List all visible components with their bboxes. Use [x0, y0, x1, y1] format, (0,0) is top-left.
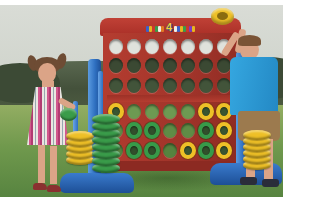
empty-hole — [181, 58, 195, 73]
board-cell-r3c4 — [161, 76, 179, 95]
empty-hole — [127, 39, 141, 54]
empty-hole — [127, 58, 141, 73]
board-cell-r6c3 — [143, 141, 161, 160]
empty-hole — [181, 123, 195, 138]
board-cell-r3c3 — [143, 76, 161, 95]
board-cell-r2c5 — [179, 56, 197, 75]
empty-hole — [145, 39, 159, 54]
empty-hole — [181, 104, 195, 119]
yellow-tray-disc — [243, 130, 271, 140]
empty-hole — [163, 58, 177, 73]
photo: 4 — [0, 5, 283, 197]
green-tray-disc — [92, 114, 120, 124]
empty-hole — [199, 39, 213, 54]
green-disc — [126, 142, 142, 159]
empty-hole — [127, 104, 141, 119]
board-cell-r2c4 — [161, 56, 179, 75]
board-cell-r3c1 — [107, 76, 125, 95]
board-cell-r6c7 — [215, 141, 233, 160]
girl-leg-left — [38, 145, 45, 183]
board-cell-r3c2 — [125, 76, 143, 95]
green-disc — [198, 122, 214, 139]
left-frame-foot — [60, 173, 134, 193]
yellow-disc-on-top-hole — [217, 12, 228, 20]
empty-hole — [181, 78, 195, 93]
empty-hole — [109, 58, 123, 73]
board-cell-r1c6 — [197, 37, 215, 56]
boy-hair — [238, 35, 261, 46]
board-cell-r1c2 — [125, 37, 143, 56]
board-cell-r5c5 — [179, 121, 197, 140]
board-cell-r5c2 — [125, 121, 143, 140]
banner-number: 4 — [166, 22, 172, 33]
yellow-disc — [216, 122, 232, 139]
board-cell-r5c3 — [143, 121, 161, 140]
board-cell-r5c7 — [215, 121, 233, 140]
yellow-disc — [198, 103, 214, 120]
board-cell-r6c4 — [161, 141, 179, 160]
green-disc — [198, 142, 214, 159]
empty-hole — [181, 39, 195, 54]
board-cell-r2c6 — [197, 56, 215, 75]
board-cell-r4c4 — [161, 102, 179, 121]
banner-letter-block — [192, 26, 195, 32]
board-cell-r3c6 — [197, 76, 215, 95]
boy-sandal-right — [262, 179, 279, 187]
empty-hole — [109, 39, 123, 54]
board-grid — [103, 33, 237, 164]
yellow-disc — [216, 142, 232, 159]
empty-hole — [109, 78, 123, 93]
green-disc — [126, 122, 142, 139]
board-middle-band — [107, 95, 233, 102]
yellow-disc — [180, 142, 196, 159]
board-cell-r2c3 — [143, 56, 161, 75]
board-cell-r4c5 — [179, 102, 197, 121]
empty-hole — [127, 78, 141, 93]
girl-shoe-left — [33, 183, 47, 190]
empty-hole — [145, 58, 159, 73]
boy-shirt — [230, 57, 278, 115]
board-cell-r4c6 — [197, 102, 215, 121]
board-cell-r2c2 — [125, 56, 143, 75]
empty-hole — [163, 143, 177, 158]
empty-hole — [217, 78, 231, 93]
girl-face — [38, 63, 56, 83]
empty-hole — [163, 104, 177, 119]
yellow-tray-disc — [66, 131, 94, 141]
empty-hole — [199, 58, 213, 73]
board-cell-r1c3 — [143, 37, 161, 56]
board-cell-r5c4 — [161, 121, 179, 140]
empty-hole — [199, 78, 213, 93]
board-cell-r3c5 — [179, 76, 197, 95]
boy-sandal-left — [240, 177, 257, 185]
board-cell-r4c3 — [143, 102, 161, 121]
empty-hole — [145, 104, 159, 119]
board-cell-r1c4 — [161, 37, 179, 56]
board-cell-r2c1 — [107, 56, 125, 75]
board-cell-r1c5 — [179, 37, 197, 56]
girl-shoe-right — [47, 185, 61, 192]
board-cell-r6c2 — [125, 141, 143, 160]
empty-hole — [163, 123, 177, 138]
board-cell-r1c1 — [107, 37, 125, 56]
green-disc — [144, 122, 160, 139]
board-cell-r6c6 — [197, 141, 215, 160]
board-cell-r4c2 — [125, 102, 143, 121]
banner-letter-block — [161, 26, 164, 32]
board-cell-r5c6 — [197, 121, 215, 140]
empty-hole — [163, 39, 177, 54]
empty-hole — [217, 58, 231, 73]
green-disc-in-girl-hand — [60, 108, 77, 121]
empty-hole — [163, 78, 177, 93]
board-cell-r6c5 — [179, 141, 197, 160]
green-disc — [144, 142, 160, 159]
girl-leg-right — [50, 146, 57, 184]
front-tray-pole — [98, 71, 103, 117]
empty-hole — [145, 78, 159, 93]
